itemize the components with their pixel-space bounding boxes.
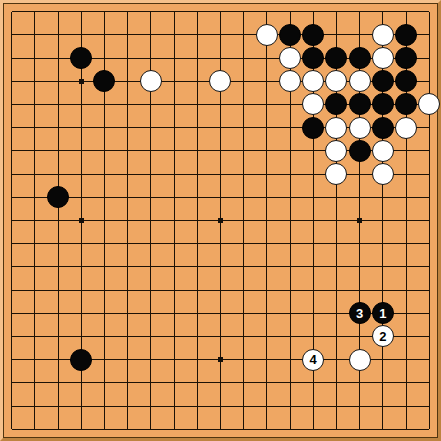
intersection[interactable] — [70, 394, 93, 417]
intersection[interactable] — [348, 255, 371, 278]
intersection[interactable] — [302, 278, 325, 301]
intersection[interactable] — [209, 162, 232, 185]
intersection[interactable] — [186, 371, 209, 394]
intersection[interactable] — [186, 93, 209, 116]
intersection[interactable] — [255, 139, 278, 162]
intersection[interactable] — [302, 371, 325, 394]
intersection[interactable] — [23, 371, 46, 394]
intersection[interactable] — [23, 325, 46, 348]
intersection[interactable] — [394, 162, 417, 185]
intersection[interactable] — [278, 418, 301, 441]
intersection[interactable] — [394, 371, 417, 394]
intersection[interactable] — [348, 325, 371, 348]
intersection[interactable] — [325, 232, 348, 255]
intersection[interactable] — [348, 394, 371, 417]
intersection[interactable] — [116, 209, 139, 232]
intersection[interactable] — [186, 162, 209, 185]
intersection[interactable] — [186, 139, 209, 162]
intersection[interactable] — [70, 325, 93, 348]
intersection[interactable] — [278, 70, 301, 93]
intersection[interactable] — [70, 302, 93, 325]
intersection[interactable] — [70, 278, 93, 301]
intersection[interactable] — [255, 209, 278, 232]
intersection[interactable] — [162, 418, 185, 441]
intersection[interactable] — [0, 418, 23, 441]
intersection[interactable] — [255, 371, 278, 394]
intersection[interactable] — [209, 348, 232, 371]
intersection[interactable] — [278, 394, 301, 417]
intersection[interactable] — [93, 46, 116, 69]
intersection[interactable] — [418, 186, 441, 209]
intersection[interactable] — [93, 116, 116, 139]
intersection[interactable] — [23, 348, 46, 371]
intersection[interactable] — [418, 116, 441, 139]
intersection[interactable]: 4 — [302, 348, 325, 371]
intersection[interactable] — [348, 70, 371, 93]
intersection[interactable] — [162, 255, 185, 278]
intersection[interactable] — [325, 302, 348, 325]
intersection[interactable] — [209, 418, 232, 441]
intersection[interactable] — [325, 23, 348, 46]
intersection[interactable] — [0, 0, 23, 23]
intersection[interactable] — [23, 162, 46, 185]
intersection[interactable] — [325, 93, 348, 116]
intersection[interactable] — [232, 418, 255, 441]
intersection[interactable] — [162, 348, 185, 371]
intersection[interactable] — [232, 162, 255, 185]
intersection[interactable] — [232, 232, 255, 255]
intersection[interactable] — [46, 186, 69, 209]
intersection[interactable] — [394, 394, 417, 417]
intersection[interactable] — [371, 418, 394, 441]
intersection[interactable] — [0, 70, 23, 93]
intersection[interactable] — [232, 139, 255, 162]
intersection[interactable] — [278, 232, 301, 255]
intersection[interactable] — [232, 302, 255, 325]
intersection[interactable] — [139, 232, 162, 255]
intersection[interactable] — [278, 23, 301, 46]
intersection[interactable] — [371, 255, 394, 278]
intersection[interactable] — [255, 302, 278, 325]
intersection[interactable] — [325, 186, 348, 209]
intersection[interactable] — [325, 348, 348, 371]
intersection[interactable] — [70, 209, 93, 232]
intersection[interactable] — [209, 93, 232, 116]
intersection[interactable] — [70, 116, 93, 139]
intersection[interactable] — [232, 348, 255, 371]
intersection[interactable] — [70, 93, 93, 116]
intersection[interactable] — [278, 46, 301, 69]
intersection[interactable] — [371, 162, 394, 185]
intersection[interactable] — [418, 139, 441, 162]
intersection[interactable] — [0, 209, 23, 232]
intersection[interactable] — [116, 325, 139, 348]
intersection[interactable] — [418, 23, 441, 46]
intersection[interactable] — [0, 46, 23, 69]
intersection[interactable] — [70, 139, 93, 162]
intersection[interactable] — [278, 348, 301, 371]
intersection[interactable] — [0, 139, 23, 162]
intersection[interactable] — [302, 116, 325, 139]
intersection[interactable] — [418, 278, 441, 301]
intersection[interactable] — [232, 209, 255, 232]
intersection[interactable] — [278, 278, 301, 301]
intersection[interactable] — [46, 162, 69, 185]
intersection[interactable] — [186, 394, 209, 417]
intersection[interactable] — [348, 23, 371, 46]
intersection[interactable] — [278, 93, 301, 116]
intersection[interactable] — [325, 46, 348, 69]
intersection[interactable] — [186, 70, 209, 93]
intersection[interactable] — [302, 70, 325, 93]
intersection[interactable] — [70, 0, 93, 23]
intersection[interactable] — [255, 116, 278, 139]
intersection[interactable] — [139, 394, 162, 417]
intersection[interactable] — [116, 93, 139, 116]
intersection[interactable] — [302, 0, 325, 23]
intersection[interactable] — [186, 116, 209, 139]
intersection[interactable] — [139, 255, 162, 278]
intersection[interactable] — [278, 0, 301, 23]
intersection[interactable]: 2 — [371, 325, 394, 348]
intersection[interactable] — [371, 209, 394, 232]
intersection[interactable] — [116, 278, 139, 301]
intersection[interactable] — [371, 93, 394, 116]
intersection[interactable] — [371, 0, 394, 23]
intersection[interactable] — [325, 0, 348, 23]
intersection[interactable] — [278, 186, 301, 209]
intersection[interactable] — [278, 162, 301, 185]
intersection[interactable] — [278, 255, 301, 278]
intersection[interactable] — [46, 325, 69, 348]
intersection[interactable] — [46, 70, 69, 93]
intersection[interactable] — [116, 232, 139, 255]
intersection[interactable] — [255, 23, 278, 46]
intersection[interactable] — [23, 278, 46, 301]
intersection[interactable] — [162, 23, 185, 46]
intersection[interactable] — [186, 348, 209, 371]
intersection[interactable] — [93, 302, 116, 325]
intersection[interactable] — [255, 394, 278, 417]
intersection[interactable] — [348, 93, 371, 116]
intersection[interactable] — [302, 418, 325, 441]
intersection[interactable] — [93, 325, 116, 348]
intersection[interactable] — [116, 371, 139, 394]
intersection[interactable] — [209, 0, 232, 23]
intersection[interactable] — [325, 278, 348, 301]
intersection[interactable] — [93, 0, 116, 23]
intersection[interactable] — [371, 186, 394, 209]
intersection[interactable] — [139, 302, 162, 325]
intersection[interactable] — [186, 255, 209, 278]
intersection[interactable] — [232, 394, 255, 417]
intersection[interactable] — [139, 70, 162, 93]
intersection[interactable] — [418, 232, 441, 255]
intersection[interactable] — [371, 116, 394, 139]
intersection[interactable] — [394, 186, 417, 209]
intersection[interactable] — [371, 394, 394, 417]
intersection[interactable] — [325, 325, 348, 348]
intersection[interactable] — [116, 116, 139, 139]
intersection[interactable] — [348, 162, 371, 185]
intersection[interactable] — [186, 186, 209, 209]
intersection[interactable] — [162, 0, 185, 23]
intersection[interactable] — [278, 139, 301, 162]
intersection[interactable] — [0, 348, 23, 371]
intersection[interactable] — [23, 46, 46, 69]
intersection[interactable] — [23, 255, 46, 278]
intersection[interactable] — [348, 139, 371, 162]
intersection[interactable] — [348, 278, 371, 301]
intersection[interactable] — [418, 209, 441, 232]
intersection[interactable] — [209, 139, 232, 162]
intersection[interactable] — [93, 93, 116, 116]
intersection[interactable] — [0, 23, 23, 46]
intersection[interactable] — [418, 46, 441, 69]
intersection[interactable] — [46, 371, 69, 394]
intersection[interactable] — [325, 139, 348, 162]
intersection[interactable] — [186, 232, 209, 255]
intersection[interactable] — [325, 418, 348, 441]
intersection[interactable] — [93, 139, 116, 162]
intersection[interactable] — [418, 93, 441, 116]
intersection[interactable] — [348, 116, 371, 139]
intersection[interactable] — [186, 23, 209, 46]
intersection[interactable] — [394, 232, 417, 255]
intersection[interactable] — [302, 232, 325, 255]
intersection[interactable] — [162, 70, 185, 93]
intersection[interactable] — [232, 186, 255, 209]
intersection[interactable] — [302, 23, 325, 46]
intersection[interactable] — [116, 0, 139, 23]
intersection[interactable] — [278, 302, 301, 325]
intersection[interactable] — [302, 325, 325, 348]
intersection[interactable] — [209, 186, 232, 209]
intersection[interactable] — [93, 70, 116, 93]
intersection[interactable] — [325, 255, 348, 278]
intersection[interactable] — [46, 232, 69, 255]
intersection[interactable] — [302, 394, 325, 417]
intersection[interactable] — [255, 162, 278, 185]
intersection[interactable] — [93, 418, 116, 441]
intersection[interactable] — [46, 348, 69, 371]
intersection[interactable] — [23, 186, 46, 209]
intersection[interactable] — [394, 23, 417, 46]
intersection[interactable] — [186, 209, 209, 232]
intersection[interactable] — [116, 186, 139, 209]
intersection[interactable] — [0, 186, 23, 209]
intersection[interactable] — [70, 348, 93, 371]
intersection[interactable] — [232, 23, 255, 46]
intersection[interactable] — [139, 325, 162, 348]
intersection[interactable] — [186, 0, 209, 23]
intersection[interactable] — [139, 0, 162, 23]
intersection[interactable] — [278, 209, 301, 232]
intersection[interactable] — [46, 302, 69, 325]
intersection[interactable] — [209, 232, 232, 255]
intersection[interactable] — [255, 255, 278, 278]
intersection[interactable] — [232, 278, 255, 301]
intersection[interactable] — [209, 371, 232, 394]
intersection[interactable] — [46, 209, 69, 232]
intersection[interactable] — [162, 46, 185, 69]
intersection[interactable] — [232, 255, 255, 278]
intersection[interactable] — [162, 302, 185, 325]
intersection[interactable]: 1 — [371, 302, 394, 325]
intersection[interactable] — [325, 371, 348, 394]
intersection[interactable] — [23, 93, 46, 116]
intersection[interactable] — [394, 0, 417, 23]
intersection[interactable] — [255, 70, 278, 93]
intersection[interactable] — [46, 46, 69, 69]
intersection[interactable] — [418, 162, 441, 185]
intersection[interactable] — [93, 371, 116, 394]
intersection[interactable] — [186, 278, 209, 301]
intersection[interactable] — [232, 93, 255, 116]
intersection[interactable] — [116, 162, 139, 185]
intersection[interactable] — [394, 278, 417, 301]
intersection[interactable] — [93, 394, 116, 417]
intersection[interactable] — [93, 186, 116, 209]
intersection[interactable] — [162, 186, 185, 209]
intersection[interactable] — [162, 139, 185, 162]
intersection[interactable] — [302, 139, 325, 162]
intersection[interactable] — [0, 162, 23, 185]
intersection[interactable] — [371, 232, 394, 255]
intersection[interactable] — [255, 418, 278, 441]
intersection[interactable] — [255, 93, 278, 116]
intersection[interactable] — [116, 23, 139, 46]
intersection[interactable] — [394, 255, 417, 278]
intersection[interactable] — [23, 70, 46, 93]
intersection[interactable] — [46, 116, 69, 139]
intersection[interactable] — [186, 418, 209, 441]
intersection[interactable] — [418, 325, 441, 348]
intersection[interactable] — [139, 23, 162, 46]
intersection[interactable] — [162, 116, 185, 139]
intersection[interactable] — [278, 325, 301, 348]
intersection[interactable] — [418, 371, 441, 394]
intersection[interactable] — [139, 162, 162, 185]
intersection[interactable] — [394, 46, 417, 69]
intersection[interactable] — [302, 255, 325, 278]
intersection[interactable] — [139, 139, 162, 162]
intersection[interactable] — [23, 139, 46, 162]
intersection[interactable]: 3 — [348, 302, 371, 325]
intersection[interactable] — [255, 325, 278, 348]
intersection[interactable] — [116, 46, 139, 69]
intersection[interactable] — [0, 394, 23, 417]
intersection[interactable] — [232, 70, 255, 93]
intersection[interactable] — [394, 70, 417, 93]
intersection[interactable] — [371, 371, 394, 394]
intersection[interactable] — [23, 232, 46, 255]
intersection[interactable] — [46, 0, 69, 23]
intersection[interactable] — [325, 116, 348, 139]
intersection[interactable] — [209, 23, 232, 46]
intersection[interactable] — [255, 348, 278, 371]
intersection[interactable] — [93, 209, 116, 232]
intersection[interactable] — [162, 93, 185, 116]
intersection[interactable] — [371, 70, 394, 93]
intersection[interactable] — [93, 278, 116, 301]
intersection[interactable] — [0, 232, 23, 255]
intersection[interactable] — [209, 325, 232, 348]
intersection[interactable] — [46, 23, 69, 46]
intersection[interactable] — [325, 162, 348, 185]
intersection[interactable] — [255, 186, 278, 209]
intersection[interactable] — [278, 116, 301, 139]
intersection[interactable] — [418, 394, 441, 417]
intersection[interactable] — [93, 162, 116, 185]
intersection[interactable] — [209, 255, 232, 278]
intersection[interactable] — [116, 70, 139, 93]
intersection[interactable] — [186, 302, 209, 325]
intersection[interactable] — [93, 255, 116, 278]
intersection[interactable] — [0, 93, 23, 116]
intersection[interactable] — [162, 162, 185, 185]
intersection[interactable] — [116, 255, 139, 278]
intersection[interactable] — [302, 46, 325, 69]
intersection[interactable] — [371, 46, 394, 69]
intersection[interactable] — [23, 418, 46, 441]
intersection[interactable] — [394, 139, 417, 162]
intersection[interactable] — [394, 116, 417, 139]
intersection[interactable] — [209, 302, 232, 325]
intersection[interactable] — [162, 232, 185, 255]
intersection[interactable] — [116, 302, 139, 325]
intersection[interactable] — [325, 394, 348, 417]
intersection[interactable] — [348, 46, 371, 69]
intersection[interactable] — [232, 46, 255, 69]
intersection[interactable] — [371, 348, 394, 371]
intersection[interactable] — [139, 186, 162, 209]
intersection[interactable] — [394, 348, 417, 371]
intersection[interactable] — [70, 418, 93, 441]
intersection[interactable] — [116, 139, 139, 162]
intersection[interactable] — [255, 46, 278, 69]
intersection[interactable] — [394, 325, 417, 348]
intersection[interactable] — [93, 348, 116, 371]
intersection[interactable] — [232, 371, 255, 394]
intersection[interactable] — [139, 209, 162, 232]
intersection[interactable] — [209, 394, 232, 417]
intersection[interactable] — [418, 302, 441, 325]
intersection[interactable] — [93, 232, 116, 255]
intersection[interactable] — [116, 348, 139, 371]
intersection[interactable] — [371, 139, 394, 162]
intersection[interactable] — [162, 371, 185, 394]
intersection[interactable] — [116, 394, 139, 417]
intersection[interactable] — [139, 46, 162, 69]
intersection[interactable] — [70, 371, 93, 394]
intersection[interactable] — [209, 70, 232, 93]
intersection[interactable] — [23, 116, 46, 139]
intersection[interactable] — [70, 232, 93, 255]
intersection[interactable] — [0, 302, 23, 325]
intersection[interactable] — [0, 278, 23, 301]
intersection[interactable] — [371, 23, 394, 46]
intersection[interactable] — [209, 278, 232, 301]
intersection[interactable] — [139, 348, 162, 371]
intersection[interactable] — [46, 278, 69, 301]
intersection[interactable] — [23, 302, 46, 325]
intersection[interactable] — [394, 209, 417, 232]
intersection[interactable] — [232, 325, 255, 348]
intersection[interactable] — [209, 116, 232, 139]
intersection[interactable] — [139, 116, 162, 139]
intersection[interactable] — [0, 371, 23, 394]
